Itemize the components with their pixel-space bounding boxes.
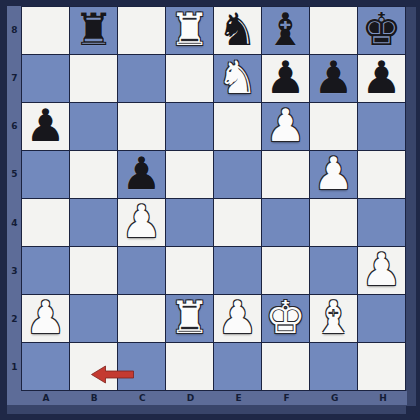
piece-white-king-f2[interactable]: ♚ xyxy=(265,295,305,340)
square-e6[interactable] xyxy=(214,103,261,150)
square-d7[interactable] xyxy=(166,55,213,102)
square-g7[interactable]: ♟ xyxy=(310,55,357,102)
rank-labels: 87654321 xyxy=(7,6,22,391)
square-f5[interactable] xyxy=(262,151,309,198)
square-g5[interactable]: ♟ xyxy=(310,151,357,198)
rank-label-1: 1 xyxy=(7,343,22,391)
square-c8[interactable] xyxy=(118,7,165,54)
square-a4[interactable] xyxy=(22,199,69,246)
square-f7[interactable]: ♟ xyxy=(262,55,309,102)
piece-black-bishop-f8[interactable]: ♝ xyxy=(265,7,305,52)
square-a1[interactable] xyxy=(22,343,69,390)
rank-label-6: 6 xyxy=(7,102,22,150)
square-h3[interactable]: ♟ xyxy=(358,247,405,294)
piece-black-rook-b8[interactable]: ♜ xyxy=(73,7,113,52)
square-b4[interactable] xyxy=(70,199,117,246)
file-label-a: A xyxy=(22,391,70,405)
square-b7[interactable] xyxy=(70,55,117,102)
square-h4[interactable] xyxy=(358,199,405,246)
square-g3[interactable] xyxy=(310,247,357,294)
square-f4[interactable] xyxy=(262,199,309,246)
chess-board: ♜♜♞♝♚♞♟♟♟♟♟♟♟♟♟♟♜♟♚♝ xyxy=(21,6,406,391)
file-label-c: C xyxy=(118,391,166,405)
file-label-f: F xyxy=(263,391,311,405)
square-f3[interactable] xyxy=(262,247,309,294)
square-b2[interactable] xyxy=(70,295,117,342)
square-d5[interactable] xyxy=(166,151,213,198)
piece-white-rook-d2[interactable]: ♜ xyxy=(169,295,209,340)
piece-white-bishop-g2[interactable]: ♝ xyxy=(313,295,353,340)
square-e1[interactable] xyxy=(214,343,261,390)
square-b6[interactable] xyxy=(70,103,117,150)
square-d2[interactable]: ♜ xyxy=(166,295,213,342)
piece-white-pawn-h3[interactable]: ♟ xyxy=(361,247,401,292)
piece-black-pawn-f7[interactable]: ♟ xyxy=(265,55,305,100)
piece-black-pawn-c5[interactable]: ♟ xyxy=(121,151,161,196)
square-d4[interactable] xyxy=(166,199,213,246)
square-a3[interactable] xyxy=(22,247,69,294)
rank-label-2: 2 xyxy=(7,295,22,343)
piece-white-rook-d8[interactable]: ♜ xyxy=(169,7,209,52)
square-c7[interactable] xyxy=(118,55,165,102)
square-b8[interactable]: ♜ xyxy=(70,7,117,54)
square-a7[interactable] xyxy=(22,55,69,102)
square-g6[interactable] xyxy=(310,103,357,150)
square-f8[interactable]: ♝ xyxy=(262,7,309,54)
square-h1[interactable] xyxy=(358,343,405,390)
frame-bottom-band xyxy=(7,405,406,414)
file-label-d: D xyxy=(166,391,214,405)
piece-black-pawn-g7[interactable]: ♟ xyxy=(313,55,353,100)
piece-white-pawn-g5[interactable]: ♟ xyxy=(313,151,353,196)
square-e2[interactable]: ♟ xyxy=(214,295,261,342)
square-a8[interactable] xyxy=(22,7,69,54)
square-b1[interactable] xyxy=(70,343,117,390)
piece-white-pawn-c4[interactable]: ♟ xyxy=(121,199,161,244)
rank-label-7: 7 xyxy=(7,54,22,102)
square-b5[interactable] xyxy=(70,151,117,198)
square-d3[interactable] xyxy=(166,247,213,294)
piece-white-pawn-f6[interactable]: ♟ xyxy=(265,103,305,148)
square-e7[interactable]: ♞ xyxy=(214,55,261,102)
square-f2[interactable]: ♚ xyxy=(262,295,309,342)
file-label-h: H xyxy=(359,391,407,405)
square-e4[interactable] xyxy=(214,199,261,246)
square-d1[interactable] xyxy=(166,343,213,390)
square-e8[interactable]: ♞ xyxy=(214,7,261,54)
square-c5[interactable]: ♟ xyxy=(118,151,165,198)
frame-right-band xyxy=(406,7,416,406)
file-label-g: G xyxy=(311,391,359,405)
square-h7[interactable]: ♟ xyxy=(358,55,405,102)
square-b3[interactable] xyxy=(70,247,117,294)
rank-label-8: 8 xyxy=(7,6,22,54)
file-label-b: B xyxy=(70,391,118,405)
piece-black-pawn-h7[interactable]: ♟ xyxy=(361,55,401,100)
square-h5[interactable] xyxy=(358,151,405,198)
piece-white-pawn-e2[interactable]: ♟ xyxy=(217,295,257,340)
square-d6[interactable] xyxy=(166,103,213,150)
square-c1[interactable] xyxy=(118,343,165,390)
rank-label-4: 4 xyxy=(7,199,22,247)
square-h6[interactable] xyxy=(358,103,405,150)
square-e5[interactable] xyxy=(214,151,261,198)
piece-black-knight-e8[interactable]: ♞ xyxy=(217,7,257,52)
square-g8[interactable] xyxy=(310,7,357,54)
piece-white-knight-e7[interactable]: ♞ xyxy=(217,55,257,100)
square-c3[interactable] xyxy=(118,247,165,294)
piece-black-king-h8[interactable]: ♚ xyxy=(361,7,401,52)
piece-white-pawn-a2[interactable]: ♟ xyxy=(25,295,65,340)
square-a6[interactable]: ♟ xyxy=(22,103,69,150)
square-g2[interactable]: ♝ xyxy=(310,295,357,342)
square-c6[interactable] xyxy=(118,103,165,150)
square-e3[interactable] xyxy=(214,247,261,294)
square-c4[interactable]: ♟ xyxy=(118,199,165,246)
square-f6[interactable]: ♟ xyxy=(262,103,309,150)
square-a2[interactable]: ♟ xyxy=(22,295,69,342)
file-label-e: E xyxy=(215,391,263,405)
square-c2[interactable] xyxy=(118,295,165,342)
rank-label-3: 3 xyxy=(7,247,22,295)
square-h8[interactable]: ♚ xyxy=(358,7,405,54)
square-g1[interactable] xyxy=(310,343,357,390)
rank-label-5: 5 xyxy=(7,150,22,198)
piece-black-pawn-a6[interactable]: ♟ xyxy=(25,103,65,148)
file-labels: ABCDEFGH xyxy=(7,391,407,405)
square-a5[interactable] xyxy=(22,151,69,198)
square-h2[interactable] xyxy=(358,295,405,342)
square-d8[interactable]: ♜ xyxy=(166,7,213,54)
square-f1[interactable] xyxy=(262,343,309,390)
square-g4[interactable] xyxy=(310,199,357,246)
